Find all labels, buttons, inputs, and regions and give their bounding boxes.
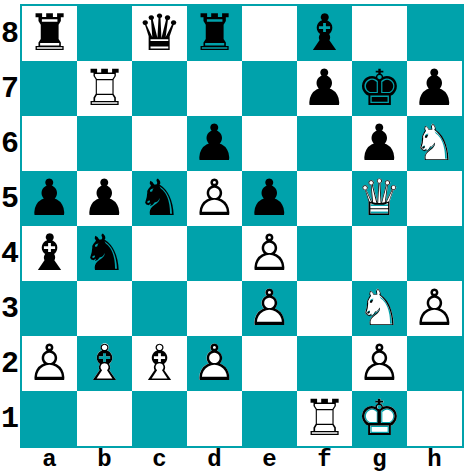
black-queen-icon: ♛ (132, 6, 187, 61)
square-a6[interactable] (22, 116, 77, 171)
square-h3[interactable]: ♟♙ (407, 281, 462, 336)
black-rook-icon: ♜ (187, 6, 242, 61)
white-rook-icon: ♖ (297, 391, 352, 446)
piece-black-pawn: ♟ (297, 61, 352, 116)
black-pawn-icon: ♟ (352, 116, 407, 171)
square-g6[interactable]: ♟ (352, 116, 407, 171)
piece-white-bishop: ♝♗ (77, 336, 132, 391)
white-pawn-icon: ♙ (242, 226, 297, 281)
square-e5[interactable]: ♟ (242, 171, 297, 226)
file-label-e: e (242, 447, 297, 472)
square-c3[interactable] (132, 281, 187, 336)
square-e7[interactable] (242, 61, 297, 116)
square-e8[interactable] (242, 6, 297, 61)
black-pawn-icon: ♟ (187, 116, 242, 171)
rank-label-6: 6 (0, 116, 20, 171)
piece-black-pawn: ♟ (407, 61, 462, 116)
file-label-b: b (77, 447, 132, 472)
white-knight-icon: ♘ (352, 281, 407, 336)
piece-white-pawn: ♟♙ (407, 281, 462, 336)
white-rook-icon: ♖ (77, 61, 132, 116)
black-pawn-icon: ♟ (407, 61, 462, 116)
square-c6[interactable] (132, 116, 187, 171)
square-b5[interactable]: ♟ (77, 171, 132, 226)
piece-black-rook: ♜ (187, 6, 242, 61)
square-e3[interactable]: ♟♙ (242, 281, 297, 336)
square-a3[interactable] (22, 281, 77, 336)
square-d4[interactable] (187, 226, 242, 281)
square-f5[interactable] (297, 171, 352, 226)
rank-label-7: 7 (0, 61, 20, 116)
black-knight-icon: ♞ (77, 226, 132, 281)
square-g4[interactable] (352, 226, 407, 281)
square-f2[interactable] (297, 336, 352, 391)
square-h7[interactable]: ♟ (407, 61, 462, 116)
square-c7[interactable] (132, 61, 187, 116)
piece-black-knight: ♞ (77, 226, 132, 281)
square-b8[interactable] (77, 6, 132, 61)
piece-white-rook: ♜♖ (77, 61, 132, 116)
square-g7[interactable]: ♚ (352, 61, 407, 116)
square-a2[interactable]: ♟♙ (22, 336, 77, 391)
piece-black-king: ♚ (352, 61, 407, 116)
square-a1[interactable] (22, 391, 77, 446)
square-g1[interactable]: ♚♔ (352, 391, 407, 446)
square-b6[interactable] (77, 116, 132, 171)
square-f8[interactable]: ♝ (297, 6, 352, 61)
piece-white-pawn: ♟♙ (187, 336, 242, 391)
square-d7[interactable] (187, 61, 242, 116)
rank-label-4: 4 (0, 226, 20, 281)
piece-black-knight: ♞ (132, 171, 187, 226)
square-g5[interactable]: ♛♕ (352, 171, 407, 226)
white-king-icon: ♔ (352, 391, 407, 446)
square-h1[interactable] (407, 391, 462, 446)
file-label-g: g (352, 447, 407, 472)
square-d6[interactable]: ♟ (187, 116, 242, 171)
square-g3[interactable]: ♞♘ (352, 281, 407, 336)
square-c8[interactable]: ♛ (132, 6, 187, 61)
rank-label-1: 1 (0, 391, 20, 446)
white-pawn-icon: ♙ (352, 336, 407, 391)
piece-black-rook: ♜ (22, 6, 77, 61)
rank-label-8: 8 (0, 6, 20, 61)
square-e1[interactable] (242, 391, 297, 446)
white-pawn-icon: ♙ (187, 171, 242, 226)
square-c1[interactable] (132, 391, 187, 446)
black-pawn-icon: ♟ (297, 61, 352, 116)
square-e2[interactable] (242, 336, 297, 391)
piece-white-queen: ♛♕ (352, 171, 407, 226)
piece-white-bishop: ♝♗ (132, 336, 187, 391)
square-h5[interactable] (407, 171, 462, 226)
square-b3[interactable] (77, 281, 132, 336)
square-c4[interactable] (132, 226, 187, 281)
square-e6[interactable] (242, 116, 297, 171)
square-d3[interactable] (187, 281, 242, 336)
rank-label-3: 3 (0, 281, 20, 336)
piece-white-pawn: ♟♙ (242, 226, 297, 281)
square-h8[interactable] (407, 6, 462, 61)
square-a5[interactable]: ♟ (22, 171, 77, 226)
piece-black-pawn: ♟ (242, 171, 297, 226)
square-c2[interactable]: ♝♗ (132, 336, 187, 391)
square-h6[interactable]: ♞♘ (407, 116, 462, 171)
square-d2[interactable]: ♟♙ (187, 336, 242, 391)
piece-black-queen: ♛ (132, 6, 187, 61)
square-b2[interactable]: ♝♗ (77, 336, 132, 391)
piece-black-bishop: ♝ (297, 6, 352, 61)
square-d5[interactable]: ♟♙ (187, 171, 242, 226)
piece-white-rook: ♜♖ (297, 391, 352, 446)
piece-white-pawn: ♟♙ (22, 336, 77, 391)
square-d1[interactable] (187, 391, 242, 446)
square-h2[interactable] (407, 336, 462, 391)
piece-black-pawn: ♟ (77, 171, 132, 226)
piece-white-pawn: ♟♙ (352, 336, 407, 391)
square-g2[interactable]: ♟♙ (352, 336, 407, 391)
square-f3[interactable] (297, 281, 352, 336)
white-pawn-icon: ♙ (242, 281, 297, 336)
black-bishop-icon: ♝ (22, 226, 77, 281)
square-f6[interactable] (297, 116, 352, 171)
piece-black-pawn: ♟ (352, 116, 407, 171)
chess-board: ♜♛♜♝♜♖♟♚♟♟♟♞♘♟♟♞♟♙♟♛♕♝♞♟♙♟♙♞♘♟♙♟♙♝♗♝♗♟♙♟… (22, 6, 462, 446)
square-f1[interactable]: ♜♖ (297, 391, 352, 446)
square-b1[interactable] (77, 391, 132, 446)
piece-white-knight: ♞♘ (407, 116, 462, 171)
piece-black-pawn: ♟ (187, 116, 242, 171)
white-pawn-icon: ♙ (407, 281, 462, 336)
square-f7[interactable]: ♟ (297, 61, 352, 116)
white-pawn-icon: ♙ (22, 336, 77, 391)
black-pawn-icon: ♟ (242, 171, 297, 226)
black-pawn-icon: ♟ (77, 171, 132, 226)
square-b4[interactable]: ♞ (77, 226, 132, 281)
black-knight-icon: ♞ (132, 171, 187, 226)
rank-label-5: 5 (0, 171, 20, 226)
black-pawn-icon: ♟ (22, 171, 77, 226)
piece-white-king: ♚♔ (352, 391, 407, 446)
white-pawn-icon: ♙ (187, 336, 242, 391)
black-bishop-icon: ♝ (297, 6, 352, 61)
square-f4[interactable] (297, 226, 352, 281)
square-h4[interactable] (407, 226, 462, 281)
white-bishop-icon: ♗ (132, 336, 187, 391)
white-knight-icon: ♘ (407, 116, 462, 171)
square-a7[interactable] (22, 61, 77, 116)
piece-white-pawn: ♟♙ (187, 171, 242, 226)
piece-white-knight: ♞♘ (352, 281, 407, 336)
square-b7[interactable]: ♜♖ (77, 61, 132, 116)
piece-white-pawn: ♟♙ (242, 281, 297, 336)
rank-label-2: 2 (0, 336, 20, 391)
square-a4[interactable]: ♝ (22, 226, 77, 281)
file-label-a: a (22, 447, 77, 472)
file-label-c: c (132, 447, 187, 472)
piece-black-pawn: ♟ (22, 171, 77, 226)
black-rook-icon: ♜ (22, 6, 77, 61)
square-d8[interactable]: ♜ (187, 6, 242, 61)
white-queen-icon: ♕ (352, 171, 407, 226)
file-label-d: d (187, 447, 242, 472)
square-c5[interactable]: ♞ (132, 171, 187, 226)
file-label-f: f (297, 447, 352, 472)
white-bishop-icon: ♗ (77, 336, 132, 391)
board-frame: ♜♛♜♝♜♖♟♚♟♟♟♞♘♟♟♞♟♙♟♛♕♝♞♟♙♟♙♞♘♟♙♟♙♝♗♝♗♟♙♟… (20, 4, 464, 448)
piece-black-bishop: ♝ (22, 226, 77, 281)
black-king-icon: ♚ (352, 61, 407, 116)
square-g8[interactable] (352, 6, 407, 61)
square-a8[interactable]: ♜ (22, 6, 77, 61)
file-label-h: h (407, 447, 462, 472)
square-e4[interactable]: ♟♙ (242, 226, 297, 281)
chess-diagram: ♜♛♜♝♜♖♟♚♟♟♟♞♘♟♟♞♟♙♟♛♕♝♞♟♙♟♙♞♘♟♙♟♙♝♗♝♗♟♙♟… (0, 0, 472, 472)
